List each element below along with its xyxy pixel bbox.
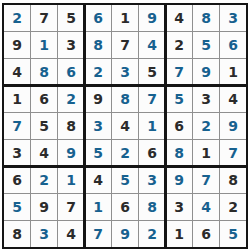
cell-r6c6[interactable]: 6 [139,140,165,166]
cell-r1c7[interactable]: 4 [166,5,192,31]
cell-r3c8[interactable]: 9 [193,59,219,85]
cell-r1c5[interactable]: 1 [112,5,138,31]
cell-r2c2[interactable]: 1 [31,32,57,58]
cell-r3c3[interactable]: 6 [58,59,84,85]
cell-r5c7[interactable]: 6 [166,113,192,139]
cell-r6c8[interactable]: 1 [193,140,219,166]
cell-r6c5[interactable]: 2 [112,140,138,166]
cell-r7c1[interactable]: 6 [4,167,30,193]
cell-r4c3[interactable]: 2 [58,86,84,112]
cell-r7c6[interactable]: 3 [139,167,165,193]
cell-r4c1[interactable]: 1 [4,86,30,112]
cell-r5c5[interactable]: 4 [112,113,138,139]
cell-r8c4[interactable]: 1 [85,194,111,220]
cell-r2c7[interactable]: 2 [166,32,192,58]
cell-r3c5[interactable]: 3 [112,59,138,85]
cell-r2c6[interactable]: 4 [139,32,165,58]
cell-r9c7[interactable]: 1 [166,221,192,247]
cell-r2c9[interactable]: 6 [220,32,246,58]
sudoku-board: 2756194839138742564862357911629875347583… [2,3,248,249]
cell-r7c3[interactable]: 1 [58,167,84,193]
cell-r7c8[interactable]: 7 [193,167,219,193]
cell-r4c7[interactable]: 5 [166,86,192,112]
cell-r3c1[interactable]: 4 [4,59,30,85]
cell-r5c9[interactable]: 9 [220,113,246,139]
cell-r1c6[interactable]: 9 [139,5,165,31]
cell-r3c6[interactable]: 5 [139,59,165,85]
cell-r8c5[interactable]: 6 [112,194,138,220]
cell-r7c5[interactable]: 5 [112,167,138,193]
cell-r4c5[interactable]: 8 [112,86,138,112]
cell-r3c9[interactable]: 1 [220,59,246,85]
cell-r7c4[interactable]: 4 [85,167,111,193]
cell-r9c1[interactable]: 8 [4,221,30,247]
cell-r9c5[interactable]: 9 [112,221,138,247]
cell-r3c2[interactable]: 8 [31,59,57,85]
cell-r4c9[interactable]: 4 [220,86,246,112]
cell-r6c1[interactable]: 3 [4,140,30,166]
cell-r5c3[interactable]: 8 [58,113,84,139]
cell-r8c2[interactable]: 9 [31,194,57,220]
cell-r5c1[interactable]: 7 [4,113,30,139]
cell-r9c9[interactable]: 5 [220,221,246,247]
cell-r1c3[interactable]: 5 [58,5,84,31]
cell-r8c9[interactable]: 2 [220,194,246,220]
sudoku-grid: 2756194839138742564862357911629875347583… [4,5,246,247]
cell-r9c6[interactable]: 2 [139,221,165,247]
cell-r8c8[interactable]: 4 [193,194,219,220]
cell-r1c2[interactable]: 7 [31,5,57,31]
cell-r8c1[interactable]: 5 [4,194,30,220]
cell-r9c4[interactable]: 7 [85,221,111,247]
cell-r1c1[interactable]: 2 [4,5,30,31]
cell-r2c5[interactable]: 7 [112,32,138,58]
cell-r6c9[interactable]: 7 [220,140,246,166]
cell-r6c4[interactable]: 5 [85,140,111,166]
cell-r9c2[interactable]: 3 [31,221,57,247]
cell-r1c4[interactable]: 6 [85,5,111,31]
cell-r6c7[interactable]: 8 [166,140,192,166]
cell-r8c3[interactable]: 7 [58,194,84,220]
cell-r5c4[interactable]: 3 [85,113,111,139]
cell-r3c4[interactable]: 2 [85,59,111,85]
cell-r3c7[interactable]: 7 [166,59,192,85]
cell-r4c8[interactable]: 3 [193,86,219,112]
cell-r2c3[interactable]: 3 [58,32,84,58]
cell-r4c6[interactable]: 7 [139,86,165,112]
cell-r7c2[interactable]: 2 [31,167,57,193]
cell-r9c8[interactable]: 6 [193,221,219,247]
cell-r5c8[interactable]: 2 [193,113,219,139]
cell-r9c3[interactable]: 4 [58,221,84,247]
cell-r5c6[interactable]: 1 [139,113,165,139]
cell-r2c8[interactable]: 5 [193,32,219,58]
cell-r7c9[interactable]: 8 [220,167,246,193]
cell-r4c4[interactable]: 9 [85,86,111,112]
cell-r6c3[interactable]: 9 [58,140,84,166]
cell-r6c2[interactable]: 4 [31,140,57,166]
cell-r1c8[interactable]: 8 [193,5,219,31]
cell-r2c1[interactable]: 9 [4,32,30,58]
cell-r8c6[interactable]: 8 [139,194,165,220]
cell-r2c4[interactable]: 8 [85,32,111,58]
cell-r7c7[interactable]: 9 [166,167,192,193]
cell-r1c9[interactable]: 3 [220,5,246,31]
cell-r4c2[interactable]: 6 [31,86,57,112]
cell-r5c2[interactable]: 5 [31,113,57,139]
cell-r8c7[interactable]: 3 [166,194,192,220]
